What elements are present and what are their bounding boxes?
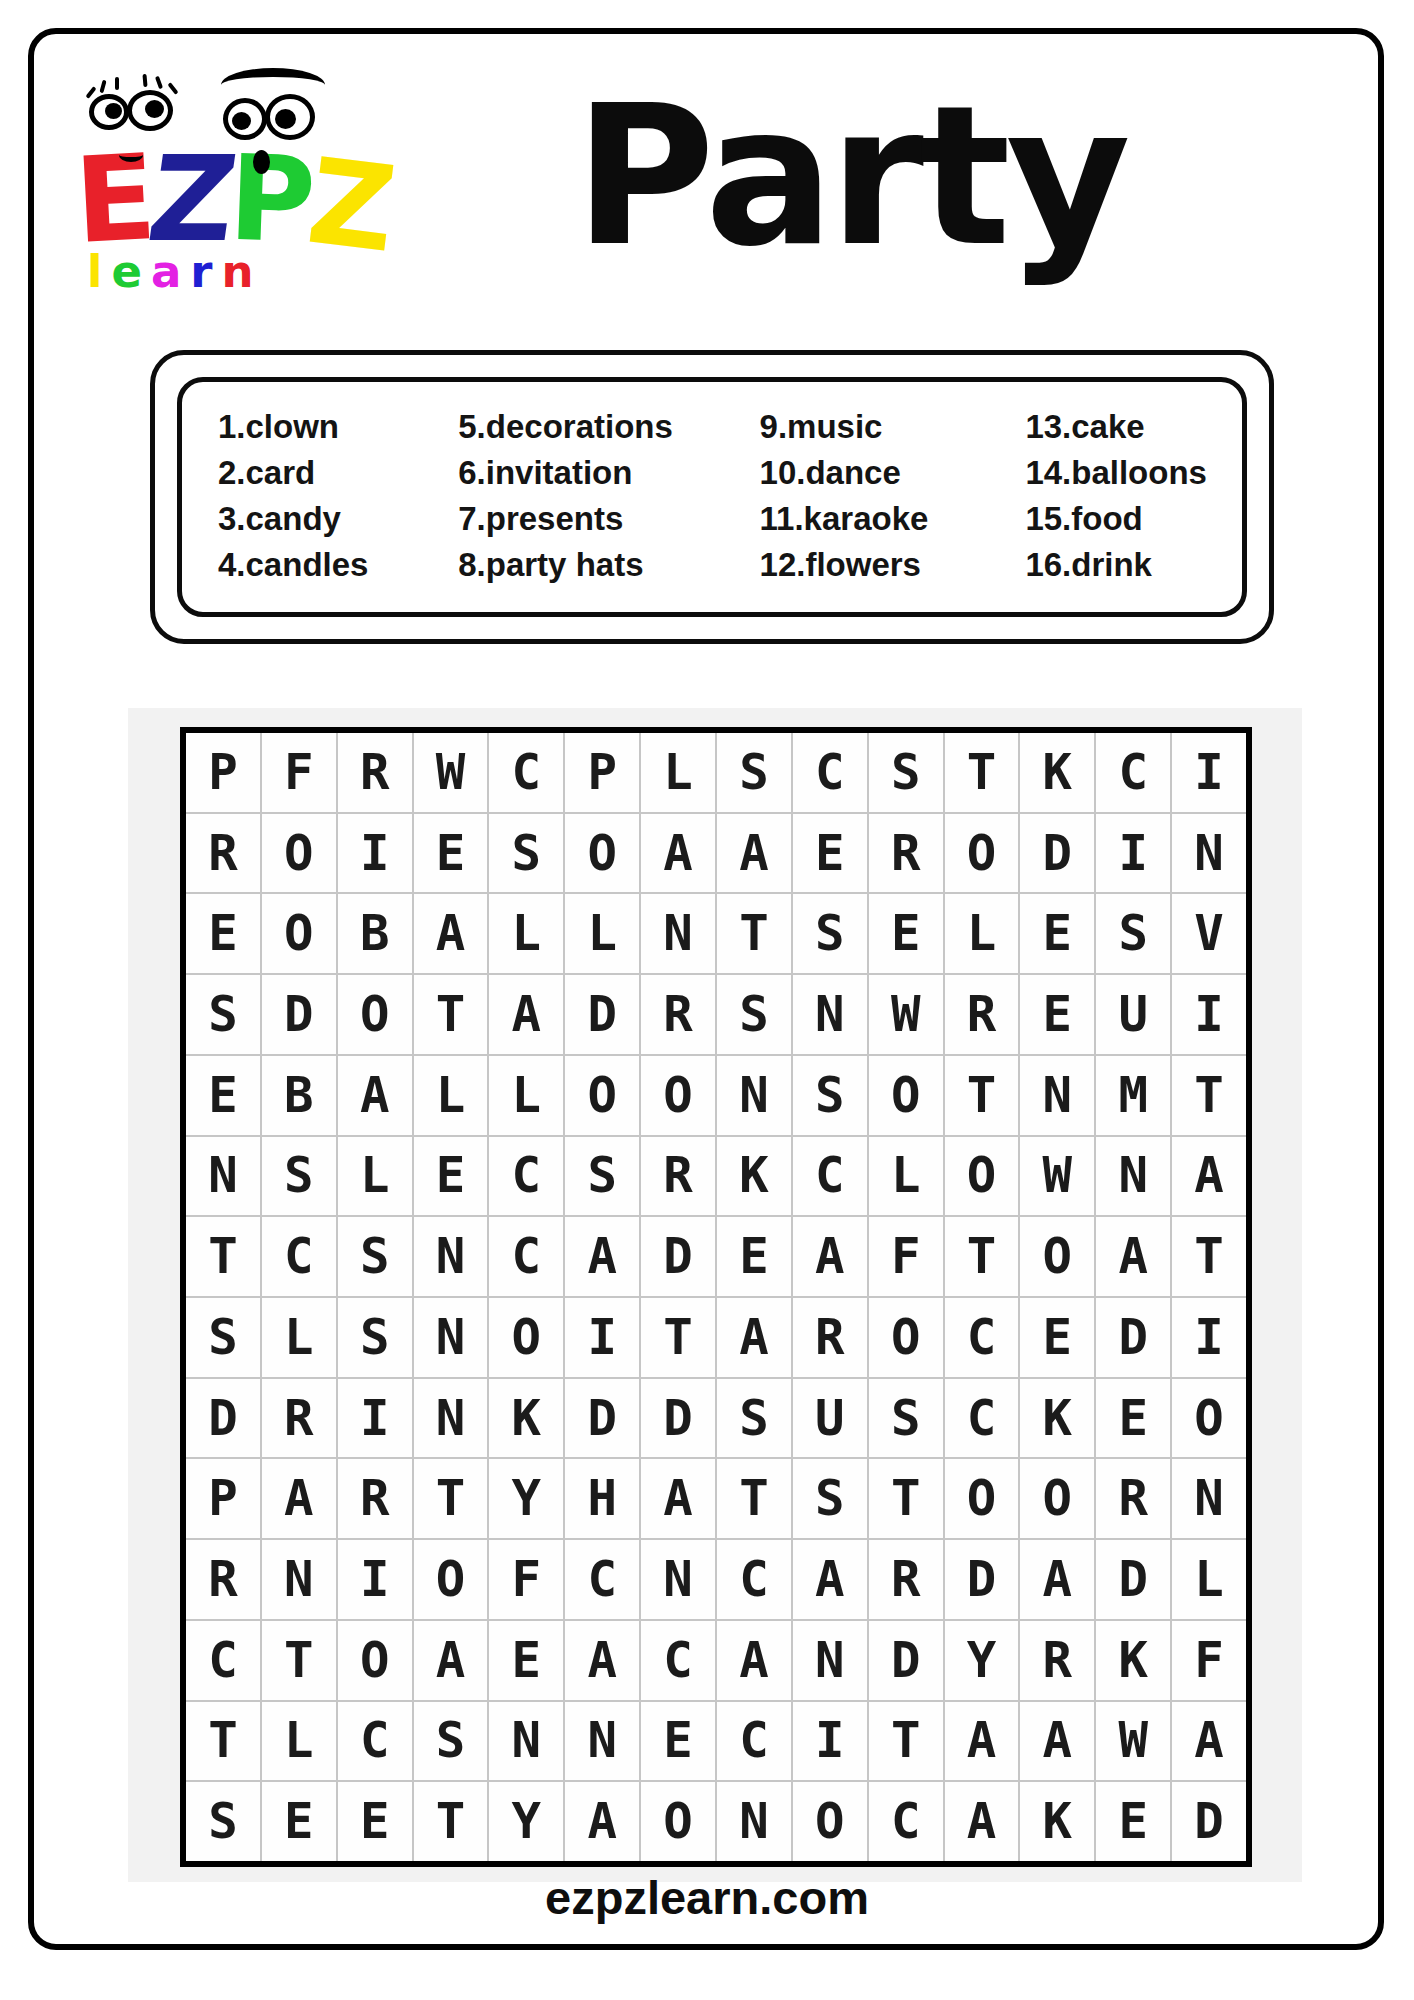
grid-cell[interactable]: S [489, 814, 563, 893]
grid-cell[interactable]: R [186, 814, 260, 893]
grid-cell[interactable]: O [1020, 1217, 1094, 1296]
grid-cell[interactable]: W [414, 733, 488, 812]
grid-cell[interactable]: P [186, 733, 260, 812]
grid-cell[interactable]: E [869, 894, 943, 973]
grid-cell[interactable]: R [338, 1459, 412, 1538]
grid-cell[interactable]: S [869, 733, 943, 812]
grid-cell[interactable]: L [641, 733, 715, 812]
grid-cell[interactable]: N [793, 1621, 867, 1700]
googly-eye-icon [89, 94, 129, 130]
grid-cell[interactable]: L [414, 1056, 488, 1135]
grid-cell[interactable]: A [1020, 1540, 1094, 1619]
grid-cell[interactable]: T [641, 1298, 715, 1377]
grid-cell[interactable]: A [414, 1621, 488, 1700]
grid-cell[interactable]: R [641, 975, 715, 1054]
word-list-item: 2.card [218, 450, 458, 496]
page-title: Party [470, 62, 1230, 292]
eyebrow-icon [221, 68, 325, 102]
grid-cell[interactable]: I [338, 1379, 412, 1458]
grid-cell[interactable]: D [1020, 814, 1094, 893]
grid-cell[interactable]: S [565, 1137, 639, 1216]
grid-cell[interactable]: I [565, 1298, 639, 1377]
grid-cell[interactable]: E [641, 1702, 715, 1781]
grid-cell[interactable]: S [1096, 894, 1170, 973]
word-list-item: 11.karaoke [760, 496, 1026, 542]
logo-sub-letter: r [190, 245, 221, 298]
ezpz-learn-logo: E Z P Z learn [75, 82, 395, 297]
word-list-item: 8.party hats [458, 542, 759, 588]
grid-cell[interactable]: I [1096, 814, 1170, 893]
grid-cell[interactable]: O [945, 814, 1019, 893]
grid-cell[interactable]: T [1172, 1217, 1246, 1296]
smile-mouth-icon [119, 148, 143, 162]
grid-cell[interactable]: S [717, 733, 791, 812]
grid-cell[interactable]: O [793, 1782, 867, 1861]
eyelash [115, 77, 119, 90]
grid-cell[interactable]: I [338, 814, 412, 893]
word-list-item: 15.food [1025, 496, 1242, 542]
grid-cell[interactable]: E [793, 814, 867, 893]
grid-cell[interactable]: N [1172, 814, 1246, 893]
grid-cell[interactable]: D [565, 1379, 639, 1458]
eyelash [85, 86, 96, 99]
grid-cell[interactable]: A [717, 1298, 791, 1377]
logo-letter: Z [141, 140, 237, 258]
grid-cell[interactable]: O [945, 1459, 1019, 1538]
grid-cell[interactable]: I [1172, 1298, 1246, 1377]
grid-cell[interactable]: O [869, 1298, 943, 1377]
grid-cell[interactable]: R [1096, 1459, 1170, 1538]
grid-cell[interactable]: T [945, 1056, 1019, 1135]
grid-cell[interactable]: S [262, 1137, 336, 1216]
grid-cell[interactable]: R [793, 1298, 867, 1377]
grid-cell[interactable]: O [338, 1621, 412, 1700]
grid-cell[interactable]: I [338, 1540, 412, 1619]
grid-cell[interactable]: E [1020, 1298, 1094, 1377]
worksheet-page: E Z P Z learn Party 1.clown2.card3.candy… [0, 0, 1414, 2000]
grid-cell[interactable]: K [1020, 1379, 1094, 1458]
grid-cell[interactable]: V [1172, 894, 1246, 973]
grid-cell[interactable]: U [1096, 975, 1170, 1054]
grid-cell[interactable]: D [1096, 1540, 1170, 1619]
grid-cell[interactable]: N [414, 1298, 488, 1377]
logo-sub-letter: n [222, 245, 263, 298]
grid-cell[interactable]: E [186, 894, 260, 973]
eye-pupil [105, 103, 122, 119]
grid-cell[interactable]: O [338, 975, 412, 1054]
grid-cell[interactable]: E [414, 1137, 488, 1216]
word-list-item: 12.flowers [760, 542, 1026, 588]
grid-cell[interactable]: A [945, 1702, 1019, 1781]
grid-cell[interactable]: B [338, 894, 412, 973]
grid-cell[interactable]: C [945, 1298, 1019, 1377]
grid-cell[interactable]: N [565, 1702, 639, 1781]
grid-cell[interactable]: I [1172, 733, 1246, 812]
grid-cell[interactable]: L [489, 894, 563, 973]
word-list-item: 4.candles [218, 542, 458, 588]
grid-cell[interactable]: O [869, 1056, 943, 1135]
grid-cell[interactable]: S [793, 894, 867, 973]
grid-cell[interactable]: L [338, 1137, 412, 1216]
grid-cell[interactable]: F [489, 1540, 563, 1619]
eyelash [167, 82, 178, 95]
grid-cell[interactable]: K [489, 1379, 563, 1458]
grid-cell[interactable]: S [869, 1379, 943, 1458]
word-list-column-4: 13.cake14.balloons15.food16.drink [1025, 404, 1242, 612]
grid-cell[interactable]: O [262, 814, 336, 893]
grid-cell[interactable]: L [565, 894, 639, 973]
grid-cell[interactable]: E [1020, 894, 1094, 973]
grid-cell[interactable]: D [869, 1621, 943, 1700]
grid-cell[interactable]: N [641, 894, 715, 973]
word-list-item: 6.invitation [458, 450, 759, 496]
grid-cell[interactable]: O [1020, 1459, 1094, 1538]
grid-cell[interactable]: A [565, 1217, 639, 1296]
grid-cell[interactable]: L [869, 1137, 943, 1216]
grid-cell[interactable]: T [717, 894, 791, 973]
grid-cell[interactable]: A [793, 1217, 867, 1296]
grid-cell[interactable]: N [186, 1137, 260, 1216]
grid-cell[interactable]: A [641, 1459, 715, 1538]
grid-cell[interactable]: A [793, 1540, 867, 1619]
grid-cell[interactable]: F [262, 733, 336, 812]
grid-cell[interactable]: F [1172, 1621, 1246, 1700]
grid-cell[interactable]: A [565, 1621, 639, 1700]
word-search-grid: PFRWCPLSCSTKCIROIESOAAERODINEOBALLNTSELE… [180, 727, 1252, 1867]
grid-cell[interactable]: C [338, 1702, 412, 1781]
word-list-item: 16.drink [1025, 542, 1242, 588]
grid-cell[interactable]: C [793, 733, 867, 812]
word-list-box: 1.clown2.card3.candy4.candles 5.decorati… [150, 350, 1274, 644]
word-list-item: 13.cake [1025, 404, 1242, 450]
grid-cell[interactable]: W [1020, 1137, 1094, 1216]
grid-cell[interactable]: C [945, 1379, 1019, 1458]
grid-cell[interactable]: K [717, 1137, 791, 1216]
grid-cell[interactable]: W [869, 975, 943, 1054]
logo-sub-letter: a [151, 245, 190, 298]
eyelash [99, 80, 106, 94]
grid-cell[interactable]: T [262, 1621, 336, 1700]
grid-cell[interactable]: S [717, 1379, 791, 1458]
grid-cell[interactable]: E [1020, 975, 1094, 1054]
grid-cell[interactable]: T [717, 1459, 791, 1538]
grid-cell[interactable]: R [262, 1379, 336, 1458]
grid-cell[interactable]: E [262, 1782, 336, 1861]
grid-cell[interactable]: T [414, 1782, 488, 1861]
word-list-column-1: 1.clown2.card3.candy4.candles [218, 404, 458, 612]
grid-cell[interactable]: O [489, 1298, 563, 1377]
grid-cell[interactable]: E [1096, 1782, 1170, 1861]
website-footer: ezpzlearn.com [0, 1870, 1414, 1925]
logo-letter: Z [302, 142, 395, 269]
grid-cell[interactable]: T [869, 1459, 943, 1538]
grid-cell[interactable]: T [945, 1217, 1019, 1296]
o-mouth-icon [253, 150, 270, 174]
grid-cell[interactable]: S [186, 1298, 260, 1377]
grid-cell[interactable]: N [641, 1540, 715, 1619]
grid-cell[interactable]: N [489, 1702, 563, 1781]
grid-cell[interactable]: O [1172, 1379, 1246, 1458]
grid-cell[interactable]: E [414, 814, 488, 893]
word-list-column-3: 9.music10.dance11.karaoke12.flowers [760, 404, 1026, 612]
word-list-item: 5.decorations [458, 404, 759, 450]
grid-cell[interactable]: N [717, 1056, 791, 1135]
grid-cell[interactable]: A [641, 814, 715, 893]
grid-cell[interactable]: N [414, 1217, 488, 1296]
grid-cell[interactable]: N [793, 975, 867, 1054]
grid-cell[interactable]: P [565, 733, 639, 812]
word-list-item: 7.presents [458, 496, 759, 542]
grid-cell[interactable]: N [1096, 1137, 1170, 1216]
grid-cell[interactable]: Y [489, 1459, 563, 1538]
grid-cell[interactable]: O [565, 1056, 639, 1135]
googly-eye-icon [265, 94, 315, 140]
grid-cell[interactable]: U [793, 1379, 867, 1458]
grid-cell[interactable]: C [641, 1621, 715, 1700]
grid-cell[interactable]: A [565, 1782, 639, 1861]
grid-cell[interactable]: N [262, 1540, 336, 1619]
grid-cell[interactable]: P [186, 1459, 260, 1538]
grid-cell[interactable]: A [1172, 1137, 1246, 1216]
grid-cell[interactable]: Y [945, 1621, 1019, 1700]
grid-cell[interactable]: A [262, 1459, 336, 1538]
grid-cell[interactable]: N [1020, 1056, 1094, 1135]
grid-cell[interactable]: C [565, 1540, 639, 1619]
grid-cell[interactable]: A [717, 814, 791, 893]
grid-cell[interactable]: L [1172, 1540, 1246, 1619]
googly-eye-icon [127, 90, 173, 131]
grid-cell[interactable]: E [717, 1217, 791, 1296]
grid-cell[interactable]: O [565, 814, 639, 893]
grid-cell[interactable]: A [945, 1782, 1019, 1861]
grid-cell[interactable]: A [414, 894, 488, 973]
grid-cell[interactable]: K [1096, 1621, 1170, 1700]
grid-cell[interactable]: R [641, 1137, 715, 1216]
grid-cell[interactable]: L [262, 1702, 336, 1781]
grid-cell[interactable]: O [262, 894, 336, 973]
grid-cell[interactable]: O [945, 1137, 1019, 1216]
grid-cell[interactable]: I [1172, 975, 1246, 1054]
grid-cell[interactable]: S [186, 1782, 260, 1861]
grid-cell[interactable]: R [186, 1540, 260, 1619]
word-list-inner-box: 1.clown2.card3.candy4.candles 5.decorati… [177, 377, 1247, 617]
grid-cell[interactable]: T [414, 975, 488, 1054]
grid-cell[interactable]: N [717, 1782, 791, 1861]
grid-cell[interactable]: O [414, 1540, 488, 1619]
grid-cell[interactable]: K [1020, 1782, 1094, 1861]
googly-eye-icon [223, 98, 267, 140]
grid-cell[interactable]: B [262, 1056, 336, 1135]
grid-cell[interactable]: D [1172, 1782, 1246, 1861]
grid-cell[interactable]: A [1096, 1217, 1170, 1296]
grid-cell[interactable]: C [262, 1217, 336, 1296]
grid-cell[interactable]: T [869, 1702, 943, 1781]
grid-cell[interactable]: T [1172, 1056, 1246, 1135]
grid-cell[interactable]: E [1096, 1379, 1170, 1458]
grid-cell[interactable]: F [869, 1217, 943, 1296]
grid-cell[interactable]: A [1020, 1702, 1094, 1781]
grid-cell[interactable]: S [793, 1056, 867, 1135]
grid-cell[interactable]: S [793, 1459, 867, 1538]
grid-cell[interactable]: L [489, 1056, 563, 1135]
grid-cell[interactable]: D [186, 1379, 260, 1458]
grid-cell[interactable]: D [565, 975, 639, 1054]
grid-cell[interactable]: E [338, 1782, 412, 1861]
logo-sub-letter: l [87, 245, 111, 298]
grid-cell[interactable]: S [717, 975, 791, 1054]
grid-cell[interactable]: H [565, 1459, 639, 1538]
grid-cell[interactable]: T [945, 733, 1019, 812]
grid-cell[interactable]: C [717, 1702, 791, 1781]
grid-cell[interactable]: A [489, 975, 563, 1054]
grid-cell[interactable]: S [186, 975, 260, 1054]
grid-cell[interactable]: L [262, 1298, 336, 1377]
grid-cell[interactable]: R [869, 1540, 943, 1619]
word-list-column-2: 5.decorations6.invitation7.presents8.par… [458, 404, 759, 612]
grid-cell[interactable]: N [414, 1379, 488, 1458]
grid-cell[interactable]: O [641, 1056, 715, 1135]
grid-cell[interactable]: T [186, 1217, 260, 1296]
grid-cell[interactable]: S [338, 1298, 412, 1377]
grid-cell[interactable]: S [338, 1217, 412, 1296]
grid-cell[interactable]: D [262, 975, 336, 1054]
word-list-item: 3.candy [218, 496, 458, 542]
logo-sub-letter: e [111, 245, 151, 298]
grid-cell[interactable]: C [489, 733, 563, 812]
grid-cell[interactable]: A [717, 1621, 791, 1700]
grid-cell[interactable]: R [338, 733, 412, 812]
grid-cell[interactable]: R [869, 814, 943, 893]
eye-pupil [145, 100, 164, 118]
grid-cell[interactable]: C [186, 1621, 260, 1700]
grid-cell[interactable]: K [1020, 733, 1094, 812]
grid-cell[interactable]: E [489, 1621, 563, 1700]
grid-cell[interactable]: A [1172, 1702, 1246, 1781]
grid-cell[interactable]: C [1096, 733, 1170, 812]
grid-cell[interactable]: N [1172, 1459, 1246, 1538]
grid-cell[interactable]: O [641, 1782, 715, 1861]
grid-cell[interactable]: Y [489, 1782, 563, 1861]
word-list-item: 9.music [760, 404, 1026, 450]
word-list-item: 14.balloons [1025, 450, 1242, 496]
grid-cell[interactable]: I [793, 1702, 867, 1781]
grid-cell[interactable]: C [489, 1217, 563, 1296]
grid-cell[interactable]: T [414, 1459, 488, 1538]
grid-cell[interactable]: T [186, 1702, 260, 1781]
grid-cell[interactable]: L [945, 894, 1019, 973]
grid-cell[interactable]: D [945, 1540, 1019, 1619]
logo-learn-text: learn [87, 245, 263, 298]
grid-cell[interactable]: C [793, 1137, 867, 1216]
grid-cell[interactable]: D [641, 1379, 715, 1458]
grid-cell[interactable]: E [186, 1056, 260, 1135]
eye-pupil [232, 112, 251, 130]
grid-cell[interactable]: R [1020, 1621, 1094, 1700]
grid-cell[interactable]: C [489, 1137, 563, 1216]
grid-cell[interactable]: M [1096, 1056, 1170, 1135]
grid-cell[interactable]: C [869, 1782, 943, 1861]
grid-cell[interactable]: A [338, 1056, 412, 1135]
grid-cell[interactable]: R [945, 975, 1019, 1054]
word-list-item: 10.dance [760, 450, 1026, 496]
word-list-item: 1.clown [218, 404, 458, 450]
grid-cell[interactable]: C [717, 1540, 791, 1619]
grid-cell[interactable]: S [414, 1702, 488, 1781]
grid-cell[interactable]: D [1096, 1298, 1170, 1377]
eye-pupil [275, 109, 296, 129]
grid-cell[interactable]: D [641, 1217, 715, 1296]
grid-cell[interactable]: W [1096, 1702, 1170, 1781]
